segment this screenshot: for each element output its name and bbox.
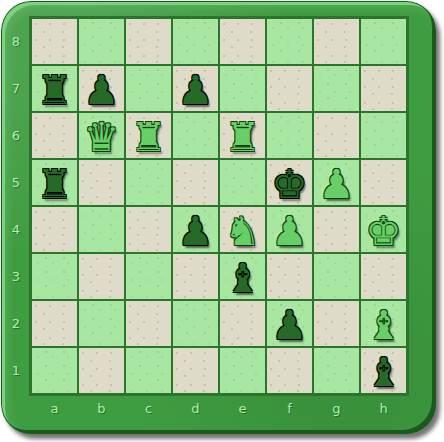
square-g4[interactable] [314, 207, 359, 252]
square-g5[interactable]: ♟ [314, 160, 359, 205]
file-label-e: e [220, 397, 265, 419]
white-rook[interactable]: ♜ [131, 117, 167, 157]
white-king[interactable]: ♚ [366, 211, 402, 251]
black-rook[interactable]: ♜ [37, 70, 73, 110]
square-e6[interactable]: ♜ [220, 113, 265, 158]
square-f6[interactable] [267, 113, 312, 158]
square-h1[interactable]: ♝ [361, 348, 406, 393]
file-labels: abcdefgh [29, 397, 409, 419]
square-b6[interactable]: ♛ [79, 113, 124, 158]
square-f7[interactable] [267, 66, 312, 111]
square-c8[interactable] [126, 19, 171, 64]
rank-label-5: 5 [5, 160, 27, 205]
black-king[interactable]: ♚ [272, 164, 308, 204]
white-rook[interactable]: ♜ [225, 117, 261, 157]
square-d5[interactable] [173, 160, 218, 205]
black-pawn[interactable]: ♟ [178, 211, 214, 251]
square-f1[interactable] [267, 348, 312, 393]
square-c5[interactable] [126, 160, 171, 205]
square-a3[interactable] [32, 254, 77, 299]
black-pawn[interactable]: ♟ [178, 70, 214, 110]
square-c3[interactable] [126, 254, 171, 299]
rank-label-6: 6 [5, 113, 27, 158]
square-c7[interactable] [126, 66, 171, 111]
square-e7[interactable] [220, 66, 265, 111]
rank-label-7: 7 [5, 66, 27, 111]
square-h3[interactable] [361, 254, 406, 299]
square-a8[interactable] [32, 19, 77, 64]
square-c6[interactable]: ♜ [126, 113, 171, 158]
square-a2[interactable] [32, 301, 77, 346]
square-d6[interactable] [173, 113, 218, 158]
square-d4[interactable]: ♟ [173, 207, 218, 252]
rank-labels: 87654321 [5, 16, 27, 396]
square-b8[interactable] [79, 19, 124, 64]
chess-board[interactable]: ♜♟♟♛♜♜♜♚♟♟♞♟♚♝♟♝♝ [29, 16, 409, 396]
black-bishop[interactable]: ♝ [366, 352, 402, 392]
file-label-c: c [126, 397, 171, 419]
square-f4[interactable]: ♟ [267, 207, 312, 252]
square-e3[interactable]: ♝ [220, 254, 265, 299]
square-b1[interactable] [79, 348, 124, 393]
square-b4[interactable] [79, 207, 124, 252]
square-a6[interactable] [32, 113, 77, 158]
square-c2[interactable] [126, 301, 171, 346]
square-d1[interactable] [173, 348, 218, 393]
file-label-g: g [314, 397, 359, 419]
square-f8[interactable] [267, 19, 312, 64]
square-g2[interactable] [314, 301, 359, 346]
square-h2[interactable]: ♝ [361, 301, 406, 346]
white-queen[interactable]: ♛ [84, 117, 120, 157]
square-b2[interactable] [79, 301, 124, 346]
file-label-a: a [32, 397, 77, 419]
square-g8[interactable] [314, 19, 359, 64]
square-f5[interactable]: ♚ [267, 160, 312, 205]
square-h8[interactable] [361, 19, 406, 64]
white-pawn[interactable]: ♟ [272, 211, 308, 251]
square-h7[interactable] [361, 66, 406, 111]
square-a5[interactable]: ♜ [32, 160, 77, 205]
square-a1[interactable] [32, 348, 77, 393]
square-d8[interactable] [173, 19, 218, 64]
white-pawn[interactable]: ♟ [319, 164, 355, 204]
square-h6[interactable] [361, 113, 406, 158]
rank-label-2: 2 [5, 301, 27, 346]
square-d3[interactable] [173, 254, 218, 299]
square-f3[interactable] [267, 254, 312, 299]
square-c4[interactable] [126, 207, 171, 252]
square-e1[interactable] [220, 348, 265, 393]
rank-label-8: 8 [5, 19, 27, 64]
white-knight[interactable]: ♞ [225, 211, 261, 251]
square-g1[interactable] [314, 348, 359, 393]
square-f2[interactable]: ♟ [267, 301, 312, 346]
rank-label-1: 1 [5, 348, 27, 393]
square-a7[interactable]: ♜ [32, 66, 77, 111]
black-pawn[interactable]: ♟ [84, 70, 120, 110]
rank-label-4: 4 [5, 207, 27, 252]
white-bishop[interactable]: ♝ [366, 305, 402, 345]
square-b7[interactable]: ♟ [79, 66, 124, 111]
square-h5[interactable] [361, 160, 406, 205]
black-bishop[interactable]: ♝ [225, 258, 261, 298]
square-b3[interactable] [79, 254, 124, 299]
square-e2[interactable] [220, 301, 265, 346]
file-label-d: d [173, 397, 218, 419]
square-g6[interactable] [314, 113, 359, 158]
square-g7[interactable] [314, 66, 359, 111]
rank-label-3: 3 [5, 254, 27, 299]
square-d2[interactable] [173, 301, 218, 346]
square-e4[interactable]: ♞ [220, 207, 265, 252]
black-pawn[interactable]: ♟ [272, 305, 308, 345]
square-d7[interactable]: ♟ [173, 66, 218, 111]
file-label-h: h [361, 397, 406, 419]
square-c1[interactable] [126, 348, 171, 393]
square-b5[interactable] [79, 160, 124, 205]
square-g3[interactable] [314, 254, 359, 299]
square-e8[interactable] [220, 19, 265, 64]
file-label-f: f [267, 397, 312, 419]
square-h4[interactable]: ♚ [361, 207, 406, 252]
square-e5[interactable] [220, 160, 265, 205]
file-label-b: b [79, 397, 124, 419]
square-a4[interactable] [32, 207, 77, 252]
black-rook[interactable]: ♜ [37, 164, 73, 204]
